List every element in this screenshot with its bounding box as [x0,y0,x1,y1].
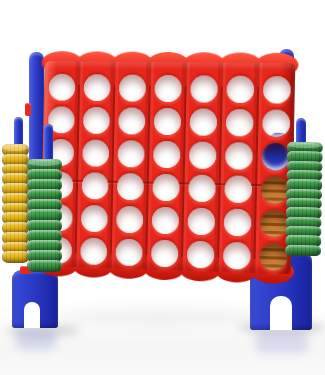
board-hole-c6r2 [225,108,253,136]
board-top-scallops [45,49,296,51]
board-hole-c5r5 [187,207,215,235]
board-hole-c4r2 [153,107,180,134]
column-divider [217,87,223,258]
leg-reflection-left [16,330,56,350]
column-divider [181,86,187,256]
board-hole-c2r1 [83,74,110,101]
board-hole-c4r3 [153,140,180,168]
board-hole-c4r4 [152,173,179,201]
board-hole-c3r2 [118,107,145,134]
board-hole-c2r4 [81,172,108,199]
green-disc-stack-left [27,159,62,272]
board-hole-c5r1 [190,75,218,102]
disc-rod-left-inner [44,124,53,164]
board-hole-c6r1 [226,75,254,103]
board-hole-c7r6 [259,242,287,270]
board-hole-c5r4 [188,174,216,202]
green-disc [27,260,62,272]
green-disc-stack-right [285,142,323,257]
board-hole-c3r4 [116,172,143,200]
board-hole-c3r1 [118,74,145,101]
board-hole-c2r6 [80,237,107,265]
board-hole-c5r2 [189,108,217,136]
green-disc [285,244,321,256]
board-hole-c7r5 [260,209,288,237]
board-hole-c3r3 [117,140,144,167]
column-divider [75,85,80,253]
giant-connect-four-product-photo [0,0,325,375]
board-hole-c5r3 [188,141,216,169]
floor-shadow-wide [55,308,265,324]
board-body [40,61,295,274]
red-clip-upper [25,103,31,116]
board-hole-c6r5 [223,208,251,236]
column-divider [145,86,151,256]
board-hole-c2r5 [80,204,107,231]
board-hole-c7r2 [262,109,290,137]
board-bottom-scallops [45,49,296,51]
board-hole-c2r3 [82,139,109,166]
leg-left-arch-cutout [24,302,40,328]
board-hole-c2r2 [82,106,109,133]
leg-right-arch-cutout [270,296,292,330]
board-hole-c6r6 [222,241,250,269]
board-hole-c7r1 [262,75,290,103]
board-hole-c5r6 [186,240,214,268]
board-hole-c6r3 [225,142,253,170]
yellow-disc-stack [2,144,29,263]
board-hole-c3r6 [115,238,142,266]
board-hole-c4r6 [151,239,178,267]
board-hole-c7r4 [260,176,288,204]
board-hole-c1r1 [48,73,75,100]
board-hole-c6r4 [224,175,252,203]
column-divider [254,87,260,259]
yellow-disc [2,251,29,263]
column-divider [110,85,115,254]
board-hole-c4r5 [151,206,178,234]
leg-left [12,270,58,328]
board-hole-c7r3 [261,142,289,170]
board-hole-c3r5 [116,205,143,233]
connect-four-board [40,49,295,286]
board-hole-c4r1 [154,74,181,101]
leg-reflection-right [256,331,308,353]
